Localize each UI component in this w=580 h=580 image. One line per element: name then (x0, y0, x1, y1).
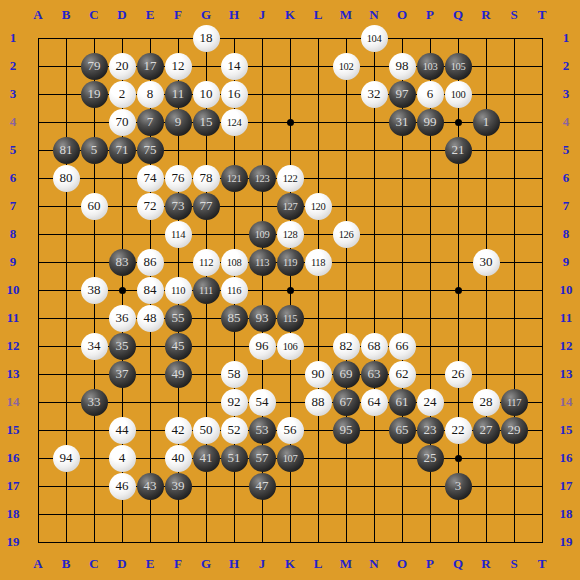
stone-white-64: 64 (361, 389, 388, 416)
stone-white-52: 52 (221, 417, 248, 444)
coord-label-1: 1 (556, 30, 576, 46)
stone-white-82: 82 (333, 333, 360, 360)
stone-black-47: 47 (249, 473, 276, 500)
coord-label-14: 14 (556, 394, 576, 410)
coord-label-12: 12 (3, 338, 23, 354)
stone-black-61: 61 (389, 389, 416, 416)
coord-label-A: A (24, 7, 52, 23)
coord-label-C: C (80, 7, 108, 23)
coord-label-9: 9 (3, 254, 23, 270)
coord-label-Q: Q (444, 7, 472, 23)
coord-label-D: D (108, 7, 136, 23)
stone-white-62: 62 (389, 361, 416, 388)
stone-white-124: 124 (221, 109, 248, 136)
stone-black-95: 95 (333, 417, 360, 444)
stone-white-34: 34 (81, 333, 108, 360)
stone-white-46: 46 (109, 473, 136, 500)
stone-white-28: 28 (473, 389, 500, 416)
stone-black-119: 119 (277, 249, 304, 276)
coord-label-P: P (416, 7, 444, 23)
stone-black-45: 45 (165, 333, 192, 360)
stone-black-111: 111 (193, 277, 220, 304)
hoshi-point (287, 287, 294, 294)
stone-white-66: 66 (389, 333, 416, 360)
stone-white-116: 116 (221, 277, 248, 304)
coord-label-11: 11 (556, 310, 576, 326)
stone-white-78: 78 (193, 165, 220, 192)
coord-label-16: 16 (3, 450, 23, 466)
hoshi-point (455, 119, 462, 126)
stone-white-2: 2 (109, 81, 136, 108)
stone-white-76: 76 (165, 165, 192, 192)
coord-label-B: B (52, 556, 80, 572)
coord-label-15: 15 (556, 422, 576, 438)
stone-black-1: 1 (473, 109, 500, 136)
stone-white-108: 108 (221, 249, 248, 276)
coord-label-K: K (276, 7, 304, 23)
stone-black-93: 93 (249, 305, 276, 332)
coord-label-3: 3 (3, 86, 23, 102)
row-labels-right: 12345678910111213141516171819 (556, 24, 576, 556)
stone-black-77: 77 (193, 193, 220, 220)
stone-white-32: 32 (361, 81, 388, 108)
coord-label-11: 11 (3, 310, 23, 326)
coord-label-K: K (276, 556, 304, 572)
stone-white-10: 10 (193, 81, 220, 108)
stone-black-71: 71 (109, 137, 136, 164)
stone-white-4: 4 (109, 445, 136, 472)
coord-label-17: 17 (3, 478, 23, 494)
coord-label-H: H (220, 7, 248, 23)
coord-label-19: 19 (3, 534, 23, 550)
stone-black-127: 127 (277, 193, 304, 220)
hoshi-point (287, 119, 294, 126)
stone-black-123: 123 (249, 165, 276, 192)
stone-black-117: 117 (501, 389, 528, 416)
stone-white-110: 110 (165, 277, 192, 304)
stone-black-75: 75 (137, 137, 164, 164)
stone-white-106: 106 (277, 333, 304, 360)
stone-white-14: 14 (221, 53, 248, 80)
stone-black-73: 73 (165, 193, 192, 220)
hoshi-point (455, 287, 462, 294)
coord-label-18: 18 (3, 506, 23, 522)
coord-label-C: C (80, 556, 108, 572)
stone-black-49: 49 (165, 361, 192, 388)
stone-black-43: 43 (137, 473, 164, 500)
coord-label-N: N (360, 556, 388, 572)
stone-white-86: 86 (137, 249, 164, 276)
coord-label-14: 14 (3, 394, 23, 410)
coord-label-R: R (472, 7, 500, 23)
stone-black-63: 63 (361, 361, 388, 388)
coord-label-5: 5 (556, 142, 576, 158)
coord-label-13: 13 (556, 366, 576, 382)
stone-black-39: 39 (165, 473, 192, 500)
stone-black-69: 69 (333, 361, 360, 388)
stone-black-17: 17 (137, 53, 164, 80)
coord-label-12: 12 (556, 338, 576, 354)
stone-black-35: 35 (109, 333, 136, 360)
coord-label-2: 2 (3, 58, 23, 74)
coord-label-17: 17 (556, 478, 576, 494)
coord-label-7: 7 (3, 198, 23, 214)
stone-black-103: 103 (417, 53, 444, 80)
stone-black-85: 85 (221, 305, 248, 332)
stone-white-6: 6 (417, 81, 444, 108)
coord-label-9: 9 (556, 254, 576, 270)
coord-label-J: J (248, 7, 276, 23)
stone-black-105: 105 (445, 53, 472, 80)
coord-label-H: H (220, 556, 248, 572)
stone-black-109: 109 (249, 221, 276, 248)
stone-white-18: 18 (193, 25, 220, 52)
coord-label-P: P (416, 556, 444, 572)
stone-white-22: 22 (445, 417, 472, 444)
stone-white-16: 16 (221, 81, 248, 108)
stone-black-121: 121 (221, 165, 248, 192)
coord-label-8: 8 (556, 226, 576, 242)
stone-white-94: 94 (53, 445, 80, 472)
stone-white-56: 56 (277, 417, 304, 444)
coord-label-G: G (192, 7, 220, 23)
stone-white-30: 30 (473, 249, 500, 276)
stone-white-54: 54 (249, 389, 276, 416)
stone-white-24: 24 (417, 389, 444, 416)
stone-white-98: 98 (389, 53, 416, 80)
stone-white-42: 42 (165, 417, 192, 444)
coord-label-16: 16 (556, 450, 576, 466)
stone-black-5: 5 (81, 137, 108, 164)
stone-black-21: 21 (445, 137, 472, 164)
stone-black-7: 7 (137, 109, 164, 136)
stone-white-8: 8 (137, 81, 164, 108)
stone-white-70: 70 (109, 109, 136, 136)
stone-black-67: 67 (333, 389, 360, 416)
coord-label-18: 18 (556, 506, 576, 522)
coord-label-2: 2 (556, 58, 576, 74)
stone-black-25: 25 (417, 445, 444, 472)
stone-white-74: 74 (137, 165, 164, 192)
coord-label-6: 6 (556, 170, 576, 186)
coord-label-J: J (248, 556, 276, 572)
hoshi-point (455, 455, 462, 462)
stone-white-50: 50 (193, 417, 220, 444)
stone-white-92: 92 (221, 389, 248, 416)
stone-white-36: 36 (109, 305, 136, 332)
coord-label-D: D (108, 556, 136, 572)
stone-white-20: 20 (109, 53, 136, 80)
coord-label-L: L (304, 556, 332, 572)
go-board[interactable]: ABCDEFGHJKLMNOPQRST ABCDEFGHJKLMNOPQRST … (0, 0, 580, 580)
stone-white-60: 60 (81, 193, 108, 220)
stone-black-55: 55 (165, 305, 192, 332)
stone-black-113: 113 (249, 249, 276, 276)
stone-black-23: 23 (417, 417, 444, 444)
stone-white-112: 112 (193, 249, 220, 276)
stone-black-33: 33 (81, 389, 108, 416)
stone-black-51: 51 (221, 445, 248, 472)
stone-white-84: 84 (137, 277, 164, 304)
coord-label-M: M (332, 7, 360, 23)
coord-label-S: S (500, 7, 528, 23)
stone-black-31: 31 (389, 109, 416, 136)
stone-white-120: 120 (305, 193, 332, 220)
stone-black-27: 27 (473, 417, 500, 444)
stone-white-80: 80 (53, 165, 80, 192)
coord-label-E: E (136, 7, 164, 23)
stone-white-72: 72 (137, 193, 164, 220)
stone-white-26: 26 (445, 361, 472, 388)
stone-black-3: 3 (445, 473, 472, 500)
coord-label-10: 10 (3, 282, 23, 298)
stone-white-40: 40 (165, 445, 192, 472)
stone-black-41: 41 (193, 445, 220, 472)
coord-label-B: B (52, 7, 80, 23)
coord-label-G: G (192, 556, 220, 572)
stone-black-37: 37 (109, 361, 136, 388)
stone-black-99: 99 (417, 109, 444, 136)
stone-white-118: 118 (305, 249, 332, 276)
stone-black-65: 65 (389, 417, 416, 444)
column-labels-top: ABCDEFGHJKLMNOPQRST (24, 6, 556, 24)
stone-white-12: 12 (165, 53, 192, 80)
coord-label-T: T (528, 7, 556, 23)
coord-label-13: 13 (3, 366, 23, 382)
stone-black-19: 19 (81, 81, 108, 108)
coord-label-3: 3 (556, 86, 576, 102)
coord-label-R: R (472, 556, 500, 572)
column-labels-bottom: ABCDEFGHJKLMNOPQRST (24, 555, 556, 573)
coord-label-N: N (360, 7, 388, 23)
coord-label-F: F (164, 7, 192, 23)
board-grid[interactable]: 1810479201712141029810310519281110163297… (24, 24, 556, 556)
stone-white-58: 58 (221, 361, 248, 388)
stone-white-122: 122 (277, 165, 304, 192)
coord-label-E: E (136, 556, 164, 572)
coord-label-10: 10 (556, 282, 576, 298)
stone-white-102: 102 (333, 53, 360, 80)
stone-black-29: 29 (501, 417, 528, 444)
stone-white-90: 90 (305, 361, 332, 388)
stone-white-48: 48 (137, 305, 164, 332)
stone-white-104: 104 (361, 25, 388, 52)
coord-label-15: 15 (3, 422, 23, 438)
coord-label-5: 5 (3, 142, 23, 158)
coord-label-M: M (332, 556, 360, 572)
stone-white-44: 44 (109, 417, 136, 444)
coord-label-4: 4 (3, 114, 23, 130)
stone-black-53: 53 (249, 417, 276, 444)
stone-white-128: 128 (277, 221, 304, 248)
coord-label-19: 19 (556, 534, 576, 550)
coord-label-T: T (528, 556, 556, 572)
stone-black-57: 57 (249, 445, 276, 472)
stone-black-97: 97 (389, 81, 416, 108)
row-labels-left: 12345678910111213141516171819 (3, 24, 23, 556)
stone-white-126: 126 (333, 221, 360, 248)
coord-label-6: 6 (3, 170, 23, 186)
stone-black-79: 79 (81, 53, 108, 80)
coord-label-L: L (304, 7, 332, 23)
stone-black-115: 115 (277, 305, 304, 332)
stone-black-81: 81 (53, 137, 80, 164)
stone-black-11: 11 (165, 81, 192, 108)
stone-black-15: 15 (193, 109, 220, 136)
coord-label-O: O (388, 556, 416, 572)
coord-label-8: 8 (3, 226, 23, 242)
coord-label-4: 4 (556, 114, 576, 130)
stone-white-114: 114 (165, 221, 192, 248)
stone-white-68: 68 (361, 333, 388, 360)
stone-white-96: 96 (249, 333, 276, 360)
stone-black-107: 107 (277, 445, 304, 472)
coord-label-O: O (388, 7, 416, 23)
coord-label-1: 1 (3, 30, 23, 46)
stone-black-83: 83 (109, 249, 136, 276)
stone-white-88: 88 (305, 389, 332, 416)
stone-white-100: 100 (445, 81, 472, 108)
coord-label-A: A (24, 556, 52, 572)
stone-white-38: 38 (81, 277, 108, 304)
coord-label-Q: Q (444, 556, 472, 572)
stone-black-9: 9 (165, 109, 192, 136)
coord-label-F: F (164, 556, 192, 572)
coord-label-7: 7 (556, 198, 576, 214)
hoshi-point (119, 287, 126, 294)
coord-label-S: S (500, 556, 528, 572)
